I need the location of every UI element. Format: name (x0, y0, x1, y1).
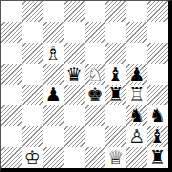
square-c8 (43, 1, 64, 22)
square-g4: ♜♖ (126, 85, 147, 106)
square-e8 (85, 1, 106, 22)
square-f4: ♜ (105, 85, 126, 106)
white-knight-e5: ♞♘ (85, 64, 106, 85)
square-d6 (64, 43, 85, 64)
square-d8 (64, 1, 85, 22)
white-rook-g4: ♜♖ (126, 85, 147, 106)
square-f7 (105, 22, 126, 43)
square-h5 (147, 64, 168, 85)
square-c2 (43, 126, 64, 147)
square-f2 (105, 126, 126, 147)
square-f5: ♝ (105, 64, 126, 85)
square-a8 (1, 1, 22, 22)
square-a6 (1, 43, 22, 64)
black-rook-h1: ♜ (147, 147, 168, 168)
square-f8 (105, 1, 126, 22)
square-c6: ♝♗ (43, 43, 64, 64)
square-e4: ♚ (85, 85, 106, 106)
square-a2 (1, 126, 22, 147)
square-b7 (22, 22, 43, 43)
square-e1 (85, 147, 106, 168)
pawn-glyph-fill: ♟ (43, 85, 64, 106)
square-e7 (85, 22, 106, 43)
square-e3 (85, 105, 106, 126)
knight-glyph-fill: ♞ (126, 105, 147, 126)
chess-board: ♝♗♛♞♘♝♟♟♚♜♜♖♞♞♟♙♝♚♔♛♕♜ (0, 0, 172, 172)
square-a3 (1, 105, 22, 126)
square-h4 (147, 85, 168, 106)
square-f3 (105, 105, 126, 126)
king-glyph-outline: ♔ (22, 147, 43, 168)
square-h6 (147, 43, 168, 64)
square-d3 (64, 105, 85, 126)
white-queen-f1: ♛♕ (105, 147, 126, 168)
square-g5: ♟ (126, 64, 147, 85)
square-g6 (126, 43, 147, 64)
square-f6 (105, 43, 126, 64)
white-king-b1: ♚♔ (22, 147, 43, 168)
rook-glyph-fill: ♜ (147, 147, 168, 168)
square-b3 (22, 105, 43, 126)
square-c1 (43, 147, 64, 168)
square-c3 (43, 105, 64, 126)
square-e5: ♞♘ (85, 64, 106, 85)
black-pawn-g5: ♟ (126, 64, 147, 85)
bishop-glyph-fill: ♝ (105, 64, 126, 85)
square-h1: ♜ (147, 147, 168, 168)
square-d2 (64, 126, 85, 147)
pawn-glyph-outline: ♙ (126, 126, 147, 147)
king-glyph-fill: ♚ (85, 85, 106, 106)
black-king-e4: ♚ (85, 85, 106, 106)
rook-glyph-outline: ♖ (126, 85, 147, 106)
square-a1 (1, 147, 22, 168)
square-h7 (147, 22, 168, 43)
queen-glyph-fill: ♛ (64, 64, 85, 85)
square-e6 (85, 43, 106, 64)
square-f1: ♛♕ (105, 147, 126, 168)
square-b5 (22, 64, 43, 85)
black-pawn-c4: ♟ (43, 85, 64, 106)
queen-glyph-outline: ♕ (105, 147, 126, 168)
square-a4 (1, 85, 22, 106)
bishop-glyph-fill: ♝ (147, 126, 168, 147)
square-b2 (22, 126, 43, 147)
black-knight-h3: ♞ (147, 105, 168, 126)
square-g1 (126, 147, 147, 168)
square-d5: ♛ (64, 64, 85, 85)
black-bishop-f5: ♝ (105, 64, 126, 85)
rook-glyph-fill: ♜ (105, 85, 126, 106)
square-c5 (43, 64, 64, 85)
black-knight-g3: ♞ (126, 105, 147, 126)
square-e2 (85, 126, 106, 147)
bishop-glyph-outline: ♗ (43, 43, 64, 64)
square-b4 (22, 85, 43, 106)
black-bishop-h2: ♝ (147, 126, 168, 147)
pawn-glyph-fill: ♟ (126, 64, 147, 85)
black-rook-f4: ♜ (105, 85, 126, 106)
black-queen-d5: ♛ (64, 64, 85, 85)
white-bishop-c6: ♝♗ (43, 43, 64, 64)
square-g2: ♟♙ (126, 126, 147, 147)
square-a7 (1, 22, 22, 43)
square-h3: ♞ (147, 105, 168, 126)
square-d4 (64, 85, 85, 106)
square-b1: ♚♔ (22, 147, 43, 168)
square-c7 (43, 22, 64, 43)
square-g7 (126, 22, 147, 43)
knight-glyph-outline: ♘ (85, 64, 106, 85)
square-d7 (64, 22, 85, 43)
square-b6 (22, 43, 43, 64)
square-g8 (126, 1, 147, 22)
white-pawn-g2: ♟♙ (126, 126, 147, 147)
knight-glyph-fill: ♞ (147, 105, 168, 126)
square-d1 (64, 147, 85, 168)
square-b8 (22, 1, 43, 22)
square-g3: ♞ (126, 105, 147, 126)
square-c4: ♟ (43, 85, 64, 106)
square-a5 (1, 64, 22, 85)
square-h2: ♝ (147, 126, 168, 147)
square-h8 (147, 1, 168, 22)
